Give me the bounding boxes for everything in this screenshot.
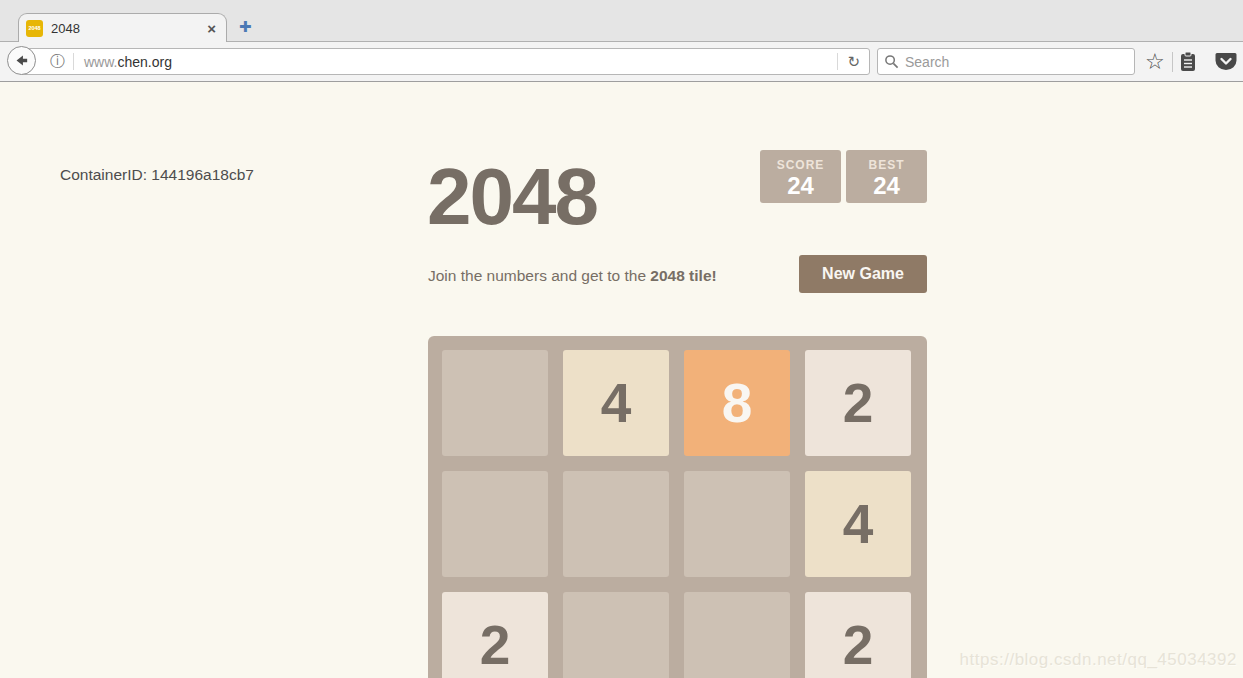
bookmark-star-icon[interactable]: ☆ [1145, 48, 1165, 75]
subtitle-text: Join the numbers and get to the [428, 267, 650, 284]
page-content: ContainerID: 144196a18cb7 2048 SCORE 24 … [0, 82, 1243, 678]
tile-4: 4 [805, 471, 911, 577]
empty-cell [442, 471, 548, 577]
score-box: SCORE 24 [760, 150, 841, 203]
navigation-bar: ⓘ www.chen.org ↻ ☆ [0, 42, 1243, 82]
score-panel: SCORE 24 BEST 24 [760, 150, 927, 203]
url-text[interactable]: www.chen.org [84, 54, 837, 70]
tile-8: 8 [684, 350, 790, 456]
tile-2: 2 [442, 592, 548, 678]
watermark-text: https://blog.csdn.net/qq_45034392 [960, 650, 1237, 670]
score-label: SCORE [760, 159, 841, 172]
tile-2: 2 [805, 350, 911, 456]
tile-4: 4 [563, 350, 669, 456]
subtitle-goal: 2048 tile! [650, 267, 716, 284]
container-id-text: ContainerID: 144196a18cb7 [60, 166, 254, 184]
urlbar-separator [73, 53, 74, 70]
game-board: 482422 [428, 336, 927, 678]
tile-2: 2 [805, 592, 911, 678]
page-title: 2048 [427, 157, 597, 237]
new-tab-button[interactable]: ✚ [239, 19, 252, 34]
favicon-2048-icon: 2048 [26, 20, 43, 37]
empty-cell [563, 471, 669, 577]
reload-icon[interactable]: ↻ [838, 53, 869, 71]
site-info-icon[interactable]: ⓘ [50, 52, 65, 71]
pocket-icon[interactable] [1215, 52, 1237, 76]
empty-cell [563, 592, 669, 678]
score-value: 24 [760, 172, 841, 199]
tab-close-icon[interactable]: × [205, 21, 218, 36]
search-icon [884, 54, 899, 69]
empty-cell [442, 350, 548, 456]
url-prefix: www. [84, 54, 117, 70]
search-input[interactable] [905, 54, 1128, 70]
tab-bar: 2048 2048 × ✚ [0, 0, 1243, 42]
best-box: BEST 24 [846, 150, 927, 203]
best-label: BEST [846, 159, 927, 172]
toolbar-separator [1172, 52, 1173, 72]
url-bar[interactable]: ⓘ www.chen.org ↻ [21, 48, 870, 75]
back-arrow-icon [13, 52, 30, 69]
url-domain: chen.org [117, 54, 171, 70]
empty-cell [684, 471, 790, 577]
back-button[interactable] [7, 46, 36, 75]
game-subtitle: Join the numbers and get to the 2048 til… [428, 266, 717, 286]
bookmarks-menu-icon[interactable] [1178, 51, 1198, 77]
tab-2048[interactable]: 2048 2048 × [18, 13, 227, 42]
new-game-button[interactable]: New Game [799, 255, 927, 293]
search-bar[interactable] [877, 48, 1135, 75]
best-value: 24 [846, 172, 927, 199]
tab-title: 2048 [51, 21, 205, 36]
empty-cell [684, 592, 790, 678]
browser-window: 2048 2048 × ✚ ⓘ www.chen.org ↻ ☆ [0, 0, 1243, 678]
